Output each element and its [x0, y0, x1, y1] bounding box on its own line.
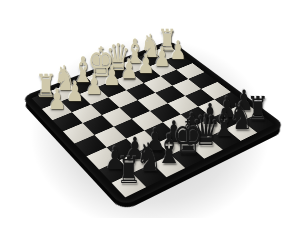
chess-set-photo: ♜♞♝♚♛♝♞♜♟♟♟♟♟♟♟♟♟♟♟♟♟♟♟♟♜♞♝♚♛♝♞♜ — [0, 0, 300, 250]
